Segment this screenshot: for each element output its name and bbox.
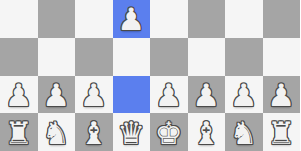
square-a3[interactable] (0, 38, 38, 76)
square-a1[interactable]: ♜ (0, 113, 38, 151)
white-king[interactable]: ♚ (155, 118, 183, 149)
white-knight[interactable]: ♞ (42, 118, 70, 149)
square-f2[interactable]: ♟ (188, 76, 226, 114)
square-d3[interactable] (113, 38, 151, 76)
white-bishop[interactable]: ♝ (192, 118, 220, 149)
square-e1[interactable]: ♚ (150, 113, 188, 151)
square-h2[interactable]: ♟ (263, 76, 301, 114)
square-d1[interactable]: ♛ (113, 113, 151, 151)
white-pawn[interactable]: ♟ (42, 80, 70, 111)
square-e3[interactable] (150, 38, 188, 76)
square-d4[interactable]: ♟ (113, 0, 151, 38)
square-g1[interactable]: ♞ (225, 113, 263, 151)
white-pawn[interactable]: ♟ (5, 80, 33, 111)
square-c1[interactable]: ♝ (75, 113, 113, 151)
square-b2[interactable]: ♟ (38, 76, 76, 114)
square-e4[interactable] (150, 0, 188, 38)
square-b3[interactable] (38, 38, 76, 76)
white-pawn[interactable]: ♟ (230, 80, 258, 111)
square-c3[interactable] (75, 38, 113, 76)
square-h4[interactable] (263, 0, 301, 38)
square-g2[interactable]: ♟ (225, 76, 263, 114)
white-bishop[interactable]: ♝ (80, 118, 108, 149)
square-g4[interactable] (225, 0, 263, 38)
white-pawn[interactable]: ♟ (117, 4, 145, 35)
square-g3[interactable] (225, 38, 263, 76)
square-c4[interactable] (75, 0, 113, 38)
white-pawn[interactable]: ♟ (155, 80, 183, 111)
white-pawn[interactable]: ♟ (267, 80, 295, 111)
white-pawn[interactable]: ♟ (192, 80, 220, 111)
white-pawn[interactable]: ♟ (80, 80, 108, 111)
square-h3[interactable] (263, 38, 301, 76)
square-e2[interactable]: ♟ (150, 76, 188, 114)
white-rook[interactable]: ♜ (267, 118, 295, 149)
square-b4[interactable] (38, 0, 76, 38)
square-f1[interactable]: ♝ (188, 113, 226, 151)
square-b1[interactable]: ♞ (38, 113, 76, 151)
white-knight[interactable]: ♞ (230, 118, 258, 149)
square-d2[interactable] (113, 76, 151, 114)
white-rook[interactable]: ♜ (5, 118, 33, 149)
square-a2[interactable]: ♟ (0, 76, 38, 114)
chess-board: ♟♟♟♟♟♟♟♟♜♞♝♛♚♝♞♜ (0, 0, 300, 151)
square-f3[interactable] (188, 38, 226, 76)
square-h1[interactable]: ♜ (263, 113, 301, 151)
white-queen[interactable]: ♛ (117, 118, 145, 149)
square-a4[interactable] (0, 0, 38, 38)
square-c2[interactable]: ♟ (75, 76, 113, 114)
square-f4[interactable] (188, 0, 226, 38)
